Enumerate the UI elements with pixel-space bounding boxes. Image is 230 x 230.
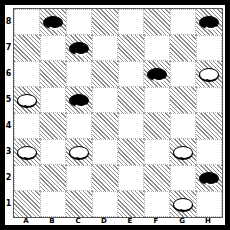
square-c5[interactable] bbox=[66, 87, 92, 113]
rank-label-1: 1 bbox=[5, 190, 12, 216]
square-d1[interactable] bbox=[92, 191, 118, 217]
white-man-g3[interactable] bbox=[173, 146, 193, 159]
square-f7[interactable] bbox=[144, 35, 170, 61]
square-e8[interactable] bbox=[118, 9, 144, 35]
square-a6[interactable] bbox=[14, 61, 40, 87]
square-c6[interactable] bbox=[66, 61, 92, 87]
rank-label-6: 6 bbox=[5, 60, 12, 86]
rank-label-4: 4 bbox=[5, 112, 12, 138]
square-b1[interactable] bbox=[40, 191, 66, 217]
file-label-b: B bbox=[39, 217, 65, 225]
square-a8[interactable] bbox=[14, 9, 40, 35]
square-b7[interactable] bbox=[40, 35, 66, 61]
square-h8[interactable] bbox=[196, 9, 222, 35]
white-man-a3[interactable] bbox=[17, 146, 37, 159]
square-f5[interactable] bbox=[144, 87, 170, 113]
square-c3[interactable] bbox=[66, 139, 92, 165]
square-e4[interactable] bbox=[118, 113, 144, 139]
square-h2[interactable] bbox=[196, 165, 222, 191]
square-g8[interactable] bbox=[170, 9, 196, 35]
black-man-h2[interactable] bbox=[199, 172, 219, 185]
file-label-e: E bbox=[117, 217, 143, 225]
square-h4[interactable] bbox=[196, 113, 222, 139]
square-d5[interactable] bbox=[92, 87, 118, 113]
square-g4[interactable] bbox=[170, 113, 196, 139]
square-f8[interactable] bbox=[144, 9, 170, 35]
rank-label-7: 7 bbox=[5, 34, 12, 60]
square-h3[interactable] bbox=[196, 139, 222, 165]
black-man-c7[interactable] bbox=[69, 42, 89, 55]
square-e3[interactable] bbox=[118, 139, 144, 165]
square-g5[interactable] bbox=[170, 87, 196, 113]
square-b4[interactable] bbox=[40, 113, 66, 139]
square-f6[interactable] bbox=[144, 61, 170, 87]
rank-labels: 87654321 bbox=[5, 8, 12, 216]
square-b5[interactable] bbox=[40, 87, 66, 113]
square-c7[interactable] bbox=[66, 35, 92, 61]
square-f2[interactable] bbox=[144, 165, 170, 191]
black-man-b8[interactable] bbox=[43, 16, 63, 29]
file-label-f: F bbox=[143, 217, 169, 225]
square-f4[interactable] bbox=[144, 113, 170, 139]
square-a2[interactable] bbox=[14, 165, 40, 191]
square-c1[interactable] bbox=[66, 191, 92, 217]
file-label-h: H bbox=[195, 217, 221, 225]
rank-label-2: 2 bbox=[5, 164, 12, 190]
file-label-c: C bbox=[65, 217, 91, 225]
checkers-board bbox=[13, 8, 223, 218]
square-g7[interactable] bbox=[170, 35, 196, 61]
square-b2[interactable] bbox=[40, 165, 66, 191]
square-h5[interactable] bbox=[196, 87, 222, 113]
rank-label-3: 3 bbox=[5, 138, 12, 164]
file-label-g: G bbox=[169, 217, 195, 225]
white-man-g1[interactable] bbox=[173, 198, 193, 211]
square-h6[interactable] bbox=[196, 61, 222, 87]
file-label-a: A bbox=[13, 217, 39, 225]
square-b8[interactable] bbox=[40, 9, 66, 35]
rank-label-5: 5 bbox=[5, 86, 12, 112]
square-g3[interactable] bbox=[170, 139, 196, 165]
white-man-c3[interactable] bbox=[69, 146, 89, 159]
square-c8[interactable] bbox=[66, 9, 92, 35]
square-e2[interactable] bbox=[118, 165, 144, 191]
square-d4[interactable] bbox=[92, 113, 118, 139]
square-e1[interactable] bbox=[118, 191, 144, 217]
square-e7[interactable] bbox=[118, 35, 144, 61]
square-b6[interactable] bbox=[40, 61, 66, 87]
white-man-a5[interactable] bbox=[17, 94, 37, 107]
square-d7[interactable] bbox=[92, 35, 118, 61]
file-labels: ABCDEFGH bbox=[13, 217, 221, 225]
square-a1[interactable] bbox=[14, 191, 40, 217]
square-f3[interactable] bbox=[144, 139, 170, 165]
square-e6[interactable] bbox=[118, 61, 144, 87]
black-man-c5[interactable] bbox=[69, 94, 89, 107]
square-c4[interactable] bbox=[66, 113, 92, 139]
square-g2[interactable] bbox=[170, 165, 196, 191]
square-a5[interactable] bbox=[14, 87, 40, 113]
square-e5[interactable] bbox=[118, 87, 144, 113]
square-g1[interactable] bbox=[170, 191, 196, 217]
square-a7[interactable] bbox=[14, 35, 40, 61]
square-a4[interactable] bbox=[14, 113, 40, 139]
white-man-h6[interactable] bbox=[199, 68, 219, 81]
rank-label-8: 8 bbox=[5, 8, 12, 34]
black-man-h8[interactable] bbox=[199, 16, 219, 29]
black-man-f6[interactable] bbox=[147, 68, 167, 81]
square-d8[interactable] bbox=[92, 9, 118, 35]
checkers-diagram: 87654321 ABCDEFGH bbox=[0, 0, 230, 230]
square-d2[interactable] bbox=[92, 165, 118, 191]
square-c2[interactable] bbox=[66, 165, 92, 191]
square-h7[interactable] bbox=[196, 35, 222, 61]
square-g6[interactable] bbox=[170, 61, 196, 87]
square-a3[interactable] bbox=[14, 139, 40, 165]
square-h1[interactable] bbox=[196, 191, 222, 217]
square-d3[interactable] bbox=[92, 139, 118, 165]
square-d6[interactable] bbox=[92, 61, 118, 87]
file-label-d: D bbox=[91, 217, 117, 225]
square-b3[interactable] bbox=[40, 139, 66, 165]
square-f1[interactable] bbox=[144, 191, 170, 217]
